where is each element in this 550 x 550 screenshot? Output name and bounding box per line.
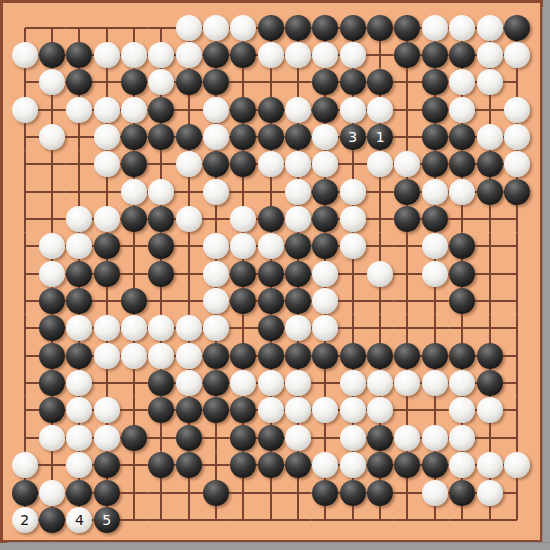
board-cell[interactable]: [11, 369, 38, 396]
board-cell[interactable]: [449, 41, 476, 68]
board-cell[interactable]: [312, 479, 339, 506]
board-cell[interactable]: [66, 397, 93, 424]
board-cell[interactable]: [230, 260, 257, 287]
board-cell[interactable]: [366, 342, 393, 369]
board-cell[interactable]: [503, 424, 530, 451]
board-cell[interactable]: [93, 369, 120, 396]
board-cell[interactable]: [230, 14, 257, 41]
board-cell[interactable]: [11, 287, 38, 314]
board-cell[interactable]: [339, 506, 366, 533]
board-cell[interactable]: [503, 315, 530, 342]
board-cell[interactable]: [366, 506, 393, 533]
board-cell[interactable]: [312, 14, 339, 41]
board-cell[interactable]: [476, 506, 503, 533]
board-cell[interactable]: [476, 369, 503, 396]
board-cell[interactable]: [66, 123, 93, 150]
board-cell[interactable]: [503, 369, 530, 396]
board-cell[interactable]: [93, 342, 120, 369]
board-cell[interactable]: [339, 315, 366, 342]
board-cell[interactable]: [148, 424, 175, 451]
board-cell[interactable]: [366, 260, 393, 287]
board-cell[interactable]: [120, 69, 147, 96]
board-cell[interactable]: [421, 479, 448, 506]
board-cell[interactable]: [120, 96, 147, 123]
board-cell[interactable]: [449, 96, 476, 123]
board-cell[interactable]: [339, 452, 366, 479]
board-cell[interactable]: [284, 287, 311, 314]
board-cell[interactable]: [421, 424, 448, 451]
board-cell[interactable]: [148, 369, 175, 396]
board-cell[interactable]: [476, 205, 503, 232]
board-cell[interactable]: [175, 397, 202, 424]
board-cell[interactable]: [476, 41, 503, 68]
board-cell[interactable]: [339, 96, 366, 123]
board-cell[interactable]: [449, 479, 476, 506]
board-cell[interactable]: [503, 452, 530, 479]
board-cell[interactable]: [38, 151, 65, 178]
board-cell[interactable]: [284, 369, 311, 396]
board-cell[interactable]: [120, 315, 147, 342]
board-cell[interactable]: [66, 315, 93, 342]
board-cell[interactable]: [284, 397, 311, 424]
board-cell[interactable]: [312, 233, 339, 260]
board-cell[interactable]: [11, 479, 38, 506]
board-cell[interactable]: [66, 452, 93, 479]
board-cell[interactable]: [476, 287, 503, 314]
board-cell[interactable]: [11, 233, 38, 260]
board-cell[interactable]: [202, 452, 229, 479]
board-cell[interactable]: [38, 342, 65, 369]
board-cell[interactable]: [366, 151, 393, 178]
board-cell[interactable]: [38, 506, 65, 533]
board-cell[interactable]: [339, 479, 366, 506]
board-cell[interactable]: [394, 424, 421, 451]
board-cell[interactable]: [120, 233, 147, 260]
board-cell[interactable]: [421, 369, 448, 396]
board-cell[interactable]: [339, 397, 366, 424]
board-cell[interactable]: [449, 205, 476, 232]
board-cell[interactable]: [11, 14, 38, 41]
board-cell[interactable]: [366, 41, 393, 68]
board-cell[interactable]: [175, 369, 202, 396]
board-cell[interactable]: [421, 41, 448, 68]
board-cell[interactable]: [449, 123, 476, 150]
board-cell[interactable]: [339, 424, 366, 451]
board-cell[interactable]: [93, 233, 120, 260]
board-cell[interactable]: [394, 506, 421, 533]
board-cell[interactable]: [230, 424, 257, 451]
board-cell[interactable]: [394, 123, 421, 150]
board-cell[interactable]: [257, 123, 284, 150]
board-cell[interactable]: [230, 233, 257, 260]
board-cell[interactable]: [421, 96, 448, 123]
board-cell[interactable]: [284, 260, 311, 287]
board-cell[interactable]: [202, 96, 229, 123]
board-cell[interactable]: [93, 452, 120, 479]
board-cell[interactable]: [312, 123, 339, 150]
board-cell[interactable]: [449, 233, 476, 260]
board-cell[interactable]: [230, 506, 257, 533]
board-cell[interactable]: [93, 96, 120, 123]
board-cell[interactable]: [257, 69, 284, 96]
board-cell[interactable]: [93, 123, 120, 150]
board-cell[interactable]: [366, 287, 393, 314]
board-cell[interactable]: [366, 233, 393, 260]
board-cell[interactable]: [394, 369, 421, 396]
board-cell[interactable]: [449, 424, 476, 451]
board-cell[interactable]: [284, 123, 311, 150]
board-cell[interactable]: [449, 369, 476, 396]
board-cell[interactable]: [148, 287, 175, 314]
board-cell[interactable]: [394, 452, 421, 479]
board-cell[interactable]: [120, 479, 147, 506]
board-cell[interactable]: [230, 41, 257, 68]
board-cell[interactable]: [120, 178, 147, 205]
board-cell[interactable]: [366, 479, 393, 506]
board-cell[interactable]: [230, 342, 257, 369]
board-cell[interactable]: [38, 41, 65, 68]
board-cell[interactable]: [11, 41, 38, 68]
board-cell[interactable]: [449, 178, 476, 205]
board-cell[interactable]: [175, 315, 202, 342]
board-cell[interactable]: [339, 287, 366, 314]
board-cell[interactable]: [175, 178, 202, 205]
board-cell[interactable]: [202, 315, 229, 342]
board-cell[interactable]: [230, 205, 257, 232]
board-cell[interactable]: [202, 479, 229, 506]
board-cell[interactable]: [257, 96, 284, 123]
board-cell[interactable]: 5: [93, 506, 120, 533]
board-cell[interactable]: [449, 315, 476, 342]
board-cell[interactable]: [394, 479, 421, 506]
board-cell[interactable]: [503, 14, 530, 41]
board-cell[interactable]: [202, 397, 229, 424]
board-cell[interactable]: [312, 342, 339, 369]
board-cell[interactable]: [11, 69, 38, 96]
board-cell[interactable]: [202, 151, 229, 178]
board-cell[interactable]: [66, 96, 93, 123]
board-cell[interactable]: [503, 397, 530, 424]
board-cell[interactable]: [175, 151, 202, 178]
board-cell[interactable]: [312, 41, 339, 68]
board-cell[interactable]: [148, 178, 175, 205]
board-cell[interactable]: [476, 233, 503, 260]
board-cell[interactable]: [202, 287, 229, 314]
board-cell[interactable]: [421, 342, 448, 369]
board-cell[interactable]: [284, 178, 311, 205]
board-cell[interactable]: [66, 178, 93, 205]
board-cell[interactable]: [394, 178, 421, 205]
board-cell[interactable]: [312, 178, 339, 205]
board-cell[interactable]: [421, 452, 448, 479]
board-cell[interactable]: [284, 342, 311, 369]
board-cell[interactable]: [175, 14, 202, 41]
board-cell[interactable]: [257, 287, 284, 314]
board-cell[interactable]: [175, 342, 202, 369]
board-cell[interactable]: [394, 14, 421, 41]
board-cell[interactable]: [66, 287, 93, 314]
board-cell[interactable]: [366, 14, 393, 41]
board-cell[interactable]: 2: [11, 506, 38, 533]
board-cell[interactable]: [11, 123, 38, 150]
board-cell[interactable]: [449, 342, 476, 369]
board-cell[interactable]: [339, 233, 366, 260]
board-cell[interactable]: [230, 479, 257, 506]
board-cell[interactable]: [366, 178, 393, 205]
board-cell[interactable]: [148, 397, 175, 424]
board-cell[interactable]: [202, 506, 229, 533]
board-cell[interactable]: [394, 151, 421, 178]
board-cell[interactable]: [148, 315, 175, 342]
board-cell[interactable]: [257, 369, 284, 396]
board-cell[interactable]: [339, 14, 366, 41]
board-cell[interactable]: [120, 205, 147, 232]
board-cell[interactable]: [230, 452, 257, 479]
board-cell[interactable]: 3: [339, 123, 366, 150]
board-cell[interactable]: [230, 178, 257, 205]
board-cell[interactable]: [202, 123, 229, 150]
board-cell[interactable]: [120, 506, 147, 533]
board-cell[interactable]: [339, 69, 366, 96]
board-cell[interactable]: [476, 424, 503, 451]
board-cell[interactable]: [11, 342, 38, 369]
board-cell[interactable]: [503, 287, 530, 314]
board-cell[interactable]: [11, 424, 38, 451]
board-cell[interactable]: [312, 151, 339, 178]
board-cell[interactable]: [175, 96, 202, 123]
board-cell[interactable]: [38, 397, 65, 424]
board-cell[interactable]: [312, 260, 339, 287]
board-cell[interactable]: [175, 260, 202, 287]
board-cell[interactable]: [503, 69, 530, 96]
board-cell[interactable]: [38, 69, 65, 96]
board-cell[interactable]: [257, 14, 284, 41]
board-cell[interactable]: [339, 41, 366, 68]
board-cell[interactable]: [230, 315, 257, 342]
board-cell[interactable]: [66, 479, 93, 506]
board-cell[interactable]: [421, 205, 448, 232]
board-cell[interactable]: [476, 342, 503, 369]
board-cell[interactable]: [93, 479, 120, 506]
board-cell[interactable]: [449, 260, 476, 287]
board-cell[interactable]: [175, 233, 202, 260]
board-cell[interactable]: [449, 151, 476, 178]
board-cell[interactable]: [38, 479, 65, 506]
board-cell[interactable]: 1: [366, 123, 393, 150]
board-cell[interactable]: [202, 233, 229, 260]
board-cell[interactable]: [38, 260, 65, 287]
board-cell[interactable]: [175, 287, 202, 314]
board-cell[interactable]: [11, 96, 38, 123]
board-cell[interactable]: [120, 123, 147, 150]
board-cell[interactable]: [421, 397, 448, 424]
board-cell[interactable]: [93, 205, 120, 232]
board-cell[interactable]: [503, 342, 530, 369]
board-cell[interactable]: [366, 205, 393, 232]
board-cell[interactable]: [284, 14, 311, 41]
board-cell[interactable]: [11, 260, 38, 287]
board-cell[interactable]: [503, 178, 530, 205]
board-cell[interactable]: [202, 14, 229, 41]
board-cell[interactable]: [366, 452, 393, 479]
board-cell[interactable]: [257, 233, 284, 260]
board-cell[interactable]: [38, 233, 65, 260]
board-cell[interactable]: [148, 233, 175, 260]
board-cell[interactable]: [93, 287, 120, 314]
board-cell[interactable]: [394, 287, 421, 314]
board-cell[interactable]: [230, 123, 257, 150]
board-cell[interactable]: [120, 14, 147, 41]
board-cell[interactable]: [93, 315, 120, 342]
board-cell[interactable]: [148, 479, 175, 506]
board-cell[interactable]: [339, 178, 366, 205]
board-cell[interactable]: [312, 96, 339, 123]
board-cell[interactable]: [421, 123, 448, 150]
board-cell[interactable]: [449, 506, 476, 533]
board-cell[interactable]: [366, 315, 393, 342]
board-cell[interactable]: [230, 369, 257, 396]
board-cell[interactable]: [257, 452, 284, 479]
board-cell[interactable]: [421, 506, 448, 533]
board-cell[interactable]: [394, 41, 421, 68]
board-cell[interactable]: [11, 315, 38, 342]
board-cell[interactable]: [476, 178, 503, 205]
board-cell[interactable]: [11, 151, 38, 178]
board-cell[interactable]: [284, 69, 311, 96]
board-cell[interactable]: [38, 178, 65, 205]
board-cell[interactable]: [230, 287, 257, 314]
board-cell[interactable]: [148, 342, 175, 369]
board-cell[interactable]: [38, 369, 65, 396]
board-cell[interactable]: [175, 424, 202, 451]
board-cell[interactable]: [421, 151, 448, 178]
board-cell[interactable]: [312, 424, 339, 451]
board-cell[interactable]: [38, 452, 65, 479]
board-cell[interactable]: [503, 205, 530, 232]
board-cell[interactable]: [257, 151, 284, 178]
board-cell[interactable]: [93, 151, 120, 178]
board-cell[interactable]: [503, 479, 530, 506]
board-cell[interactable]: [421, 287, 448, 314]
board-cell[interactable]: [284, 96, 311, 123]
board-cell[interactable]: [312, 287, 339, 314]
board-cell[interactable]: [476, 397, 503, 424]
board-cell[interactable]: [38, 315, 65, 342]
board-cell[interactable]: [93, 41, 120, 68]
board-cell[interactable]: [38, 96, 65, 123]
board-cell[interactable]: [312, 452, 339, 479]
board-cell[interactable]: [339, 205, 366, 232]
board-cell[interactable]: [202, 260, 229, 287]
board-cell[interactable]: [257, 41, 284, 68]
board-cell[interactable]: [421, 178, 448, 205]
board-cell[interactable]: [284, 205, 311, 232]
board-cell[interactable]: [421, 14, 448, 41]
board-cell[interactable]: [284, 424, 311, 451]
board-cell[interactable]: [421, 315, 448, 342]
board-cell[interactable]: [11, 178, 38, 205]
board-cell[interactable]: [394, 205, 421, 232]
board-cell[interactable]: [66, 369, 93, 396]
board-cell[interactable]: [312, 369, 339, 396]
board-cell[interactable]: [148, 260, 175, 287]
board-cell[interactable]: [257, 424, 284, 451]
board-cell[interactable]: [503, 96, 530, 123]
board-cell[interactable]: [284, 506, 311, 533]
board-cell[interactable]: [120, 41, 147, 68]
board-cell[interactable]: [202, 424, 229, 451]
board-cell[interactable]: [394, 233, 421, 260]
board-cell[interactable]: [421, 69, 448, 96]
board-cell[interactable]: [312, 397, 339, 424]
board-cell[interactable]: [394, 69, 421, 96]
board-cell[interactable]: [120, 424, 147, 451]
board-cell[interactable]: [503, 41, 530, 68]
board-cell[interactable]: [394, 315, 421, 342]
board-cell[interactable]: [202, 342, 229, 369]
board-cell[interactable]: [120, 151, 147, 178]
board-cell[interactable]: [175, 41, 202, 68]
board-cell[interactable]: [120, 287, 147, 314]
board-cell[interactable]: [11, 397, 38, 424]
board-cell[interactable]: [312, 506, 339, 533]
board-cell[interactable]: [394, 260, 421, 287]
board-cell[interactable]: [503, 151, 530, 178]
board-cell[interactable]: [503, 233, 530, 260]
board-cell[interactable]: [503, 506, 530, 533]
board-cell[interactable]: [38, 424, 65, 451]
board-cell[interactable]: 4: [66, 506, 93, 533]
board-cell[interactable]: [394, 96, 421, 123]
board-cell[interactable]: [366, 369, 393, 396]
board-cell[interactable]: [339, 342, 366, 369]
board-cell[interactable]: [148, 123, 175, 150]
board-cell[interactable]: [230, 151, 257, 178]
board-cell[interactable]: [230, 96, 257, 123]
board-cell[interactable]: [93, 178, 120, 205]
board-cell[interactable]: [148, 205, 175, 232]
board-cell[interactable]: [449, 69, 476, 96]
board-cell[interactable]: [449, 397, 476, 424]
board-cell[interactable]: [148, 452, 175, 479]
board-cell[interactable]: [175, 123, 202, 150]
board-cell[interactable]: [38, 287, 65, 314]
board-cell[interactable]: [339, 369, 366, 396]
board-cell[interactable]: [312, 69, 339, 96]
board-cell[interactable]: [202, 178, 229, 205]
board-cell[interactable]: [120, 260, 147, 287]
board-cell[interactable]: [148, 506, 175, 533]
board-cell[interactable]: [93, 424, 120, 451]
board-cell[interactable]: [202, 369, 229, 396]
board-cell[interactable]: [476, 96, 503, 123]
board-cell[interactable]: [257, 506, 284, 533]
board-cell[interactable]: [66, 14, 93, 41]
board-cell[interactable]: [230, 397, 257, 424]
board-cell[interactable]: [120, 452, 147, 479]
board-cell[interactable]: [93, 69, 120, 96]
board-cell[interactable]: [476, 260, 503, 287]
board-cell[interactable]: [148, 151, 175, 178]
board-cell[interactable]: [312, 315, 339, 342]
board-cell[interactable]: [476, 14, 503, 41]
board-cell[interactable]: [38, 14, 65, 41]
board-cell[interactable]: [421, 260, 448, 287]
board-cell[interactable]: [449, 452, 476, 479]
board-cell[interactable]: [66, 41, 93, 68]
board-cell[interactable]: [230, 69, 257, 96]
board-cell[interactable]: [120, 369, 147, 396]
